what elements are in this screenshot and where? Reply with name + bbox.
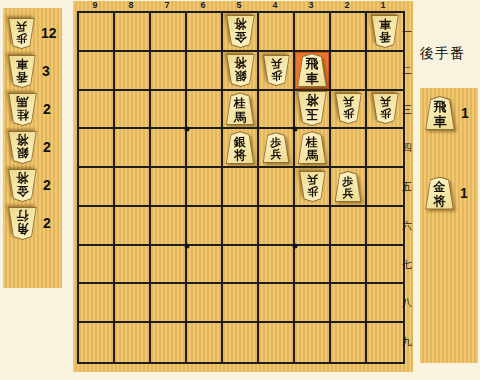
board-square-6-2[interactable]	[187, 52, 223, 91]
star-point	[293, 127, 298, 132]
board-square-4-3[interactable]	[259, 91, 295, 130]
piece-kanji: 金将	[226, 16, 255, 45]
board-square-3-1[interactable]	[295, 13, 331, 52]
board-square-7-6[interactable]	[151, 207, 187, 246]
board-square-7-2[interactable]	[151, 52, 187, 91]
board-square-6-7[interactable]	[187, 246, 223, 285]
star-point	[185, 127, 190, 132]
board-square-5-8[interactable]	[223, 284, 259, 323]
board-square-2-3[interactable]: 歩兵	[331, 91, 367, 130]
sente-piece-pawn[interactable]: 歩兵	[263, 132, 290, 163]
board-square-8-2[interactable]	[115, 52, 151, 91]
board-square-9-1[interactable]	[79, 13, 115, 52]
board-square-3-6[interactable]	[295, 207, 331, 246]
board-square-5-4[interactable]: 銀将	[223, 129, 259, 168]
gote-piece-pawn[interactable]: 歩兵	[372, 93, 399, 124]
file-label-8: 8	[113, 0, 149, 10]
piece-kanji: 銀将	[226, 134, 255, 163]
rank-label-8: 八	[401, 296, 413, 310]
gote-hand-count-gold: 2	[43, 177, 51, 193]
sente-piece-gold[interactable]: 金将	[425, 177, 454, 210]
gote-captured-tray: 歩兵12香車3桂馬2銀将2金将2角行2	[3, 8, 62, 288]
sente-hand-count-gold: 1	[460, 185, 468, 201]
star-point	[185, 243, 190, 248]
board-square-6-3[interactable]	[187, 91, 223, 130]
gote-hand-count-bishop: 2	[43, 215, 51, 231]
file-labels: 987654321	[77, 1, 401, 11]
file-label-9: 9	[77, 0, 113, 10]
piece-kanji: 銀将	[8, 132, 37, 161]
rank-label-4: 四	[401, 141, 413, 155]
board-square-7-4[interactable]	[151, 129, 187, 168]
piece-kanji: 桂馬	[8, 94, 37, 123]
board-square-4-1[interactable]	[259, 13, 295, 52]
board-square-6-4[interactable]	[187, 129, 223, 168]
board-square-2-5[interactable]: 歩兵	[331, 168, 367, 207]
board-square-2-1[interactable]	[331, 13, 367, 52]
piece-kanji: 歩兵	[8, 19, 35, 46]
board-square-9-6[interactable]	[79, 207, 115, 246]
board-square-1-2[interactable]	[367, 52, 403, 91]
gote-hand-slot-lance: 香車3	[3, 52, 62, 90]
board-square-2-4[interactable]	[331, 129, 367, 168]
gote-piece-silver[interactable]: 銀将	[226, 54, 255, 87]
sente-piece-rook[interactable]: 飛車	[425, 96, 455, 130]
sente-piece-pawn[interactable]: 歩兵	[335, 171, 362, 202]
file-label-2: 2	[329, 0, 365, 10]
board-square-5-5[interactable]	[223, 168, 259, 207]
board-square-2-7[interactable]	[331, 246, 367, 285]
board-square-4-4[interactable]: 歩兵	[259, 129, 295, 168]
star-point	[293, 243, 298, 248]
board-square-3-8[interactable]	[295, 284, 331, 323]
board-square-7-5[interactable]	[151, 168, 187, 207]
piece-kanji: 玉将	[297, 92, 327, 123]
file-label-1: 1	[365, 0, 401, 10]
board-square-7-3[interactable]	[151, 91, 187, 130]
board-square-4-8[interactable]	[259, 284, 295, 323]
sente-hand-slot-rook: 飛車1	[420, 94, 478, 132]
gote-hand-count-pawn: 12	[41, 25, 57, 41]
board-square-2-9[interactable]	[331, 323, 367, 362]
board-square-1-8[interactable]	[367, 284, 403, 323]
piece-kanji: 歩兵	[299, 172, 326, 199]
piece-kanji: 香車	[371, 16, 399, 45]
board-square-1-6[interactable]	[367, 207, 403, 246]
piece-kanji: 桂馬	[298, 134, 327, 163]
board-square-5-3[interactable]: 桂馬	[223, 91, 259, 130]
rank-label-6: 六	[401, 219, 413, 233]
gote-piece-pawn[interactable]: 歩兵	[335, 93, 362, 124]
board-square-9-3[interactable]	[79, 91, 115, 130]
turn-indicator: 後手番	[420, 45, 480, 63]
board-grid: 金将香車銀将歩兵飛車桂馬玉将歩兵歩兵銀将歩兵桂馬歩兵歩兵	[77, 11, 405, 364]
board-square-8-6[interactable]	[115, 207, 151, 246]
board-square-8-9[interactable]	[115, 323, 151, 362]
board-square-4-2[interactable]: 歩兵	[259, 52, 295, 91]
board-square-5-7[interactable]	[223, 246, 259, 285]
board-square-9-5[interactable]	[79, 168, 115, 207]
shogi-board: 987654321 金将香車銀将歩兵飛車桂馬玉将歩兵歩兵銀将歩兵桂馬歩兵歩兵 一…	[73, 1, 413, 372]
board-square-8-7[interactable]	[115, 246, 151, 285]
gote-hand-count-lance: 3	[42, 63, 50, 79]
board-square-6-9[interactable]	[187, 323, 223, 362]
board-square-4-5[interactable]	[259, 168, 295, 207]
board-square-8-3[interactable]	[115, 91, 151, 130]
piece-kanji: 金将	[8, 170, 37, 199]
board-square-7-9[interactable]	[151, 323, 187, 362]
board-square-3-4[interactable]: 桂馬	[295, 129, 331, 168]
gote-hand-slot-bishop: 角行2	[3, 204, 62, 242]
sente-hand-count-rook: 1	[461, 105, 469, 121]
rank-label-9: 九	[401, 335, 413, 349]
board-square-5-6[interactable]	[223, 207, 259, 246]
piece-kanji: 飛車	[297, 56, 327, 86]
board-square-5-9[interactable]	[223, 323, 259, 362]
gote-piece-pawn[interactable]: 歩兵	[8, 18, 35, 49]
board-square-3-7[interactable]	[295, 246, 331, 285]
board-square-8-5[interactable]	[115, 168, 151, 207]
sente-piece-silver[interactable]: 銀将	[226, 131, 255, 164]
board-square-9-2[interactable]	[79, 52, 115, 91]
rank-label-2: 二	[401, 64, 413, 78]
gote-piece-pawn[interactable]: 歩兵	[263, 55, 290, 86]
file-label-5: 5	[221, 0, 257, 10]
rank-label-7: 七	[401, 258, 413, 272]
board-square-5-1[interactable]: 金将	[223, 13, 259, 52]
board-square-1-3[interactable]: 歩兵	[367, 91, 403, 130]
piece-kanji: 金将	[425, 180, 454, 209]
piece-kanji: 歩兵	[263, 56, 290, 83]
board-square-1-1[interactable]: 香車	[367, 13, 403, 52]
sente-hand-slot-gold: 金将1	[420, 174, 478, 212]
gote-piece-gold[interactable]: 金将	[8, 169, 37, 202]
file-label-7: 7	[149, 0, 185, 10]
board-square-6-1[interactable]	[187, 13, 223, 52]
board-square-4-7[interactable]	[259, 246, 295, 285]
board-square-3-5[interactable]: 歩兵	[295, 168, 331, 207]
board-square-9-8[interactable]	[79, 284, 115, 323]
board-square-1-9[interactable]	[367, 323, 403, 362]
board-square-3-9[interactable]	[295, 323, 331, 362]
gote-piece-lance[interactable]: 香車	[8, 55, 36, 88]
board-square-9-7[interactable]	[79, 246, 115, 285]
file-label-6: 6	[185, 0, 221, 10]
file-label-4: 4	[257, 0, 293, 10]
gote-hand-count-knight: 2	[43, 101, 51, 117]
piece-kanji: 歩兵	[335, 174, 362, 201]
sente-piece-knight[interactable]: 桂馬	[226, 92, 255, 125]
sente-piece-rook[interactable]: 飛車	[297, 53, 327, 87]
piece-kanji: 香車	[8, 56, 36, 85]
board-square-6-8[interactable]	[187, 284, 223, 323]
board-square-6-5[interactable]	[187, 168, 223, 207]
board-square-5-2[interactable]: 銀将	[223, 52, 259, 91]
board-square-4-6[interactable]	[259, 207, 295, 246]
piece-kanji: 歩兵	[372, 94, 399, 121]
board-square-7-7[interactable]	[151, 246, 187, 285]
board-square-2-6[interactable]	[331, 207, 367, 246]
gote-piece-bishop[interactable]: 角行	[8, 207, 37, 240]
board-square-1-5[interactable]	[367, 168, 403, 207]
board-square-2-8[interactable]	[331, 284, 367, 323]
gote-piece-silver[interactable]: 銀将	[8, 131, 37, 164]
gote-piece-gold[interactable]: 金将	[226, 15, 255, 48]
sente-piece-knight[interactable]: 桂馬	[298, 131, 327, 164]
gote-piece-pawn[interactable]: 歩兵	[299, 171, 326, 202]
board-square-8-4[interactable]	[115, 129, 151, 168]
piece-kanji: 桂馬	[226, 95, 255, 124]
file-label-3: 3	[293, 0, 329, 10]
gote-piece-lance[interactable]: 香車	[371, 15, 399, 48]
board-square-9-9[interactable]	[79, 323, 115, 362]
piece-kanji: 歩兵	[335, 94, 362, 121]
gote-hand-slot-knight: 桂馬2	[3, 90, 62, 128]
gote-piece-king[interactable]: 玉将	[297, 91, 327, 126]
board-square-7-8[interactable]	[151, 284, 187, 323]
piece-kanji: 角行	[8, 208, 37, 237]
gote-hand-count-silver: 2	[43, 139, 51, 155]
rank-label-3: 三	[401, 103, 413, 117]
sente-captured-tray: 飛車1金将1	[420, 88, 478, 363]
piece-kanji: 飛車	[425, 99, 455, 129]
board-square-1-7[interactable]	[367, 246, 403, 285]
board-square-8-8[interactable]	[115, 284, 151, 323]
rank-label-1: 一	[401, 25, 413, 39]
board-square-3-2[interactable]: 飛車	[295, 52, 331, 91]
gote-hand-slot-silver: 銀将2	[3, 128, 62, 166]
board-square-8-1[interactable]	[115, 13, 151, 52]
board-square-9-4[interactable]	[79, 129, 115, 168]
rank-labels: 一二三四五六七八九	[401, 11, 413, 360]
board-square-4-9[interactable]	[259, 323, 295, 362]
board-square-6-6[interactable]	[187, 207, 223, 246]
board-square-3-3[interactable]: 玉将	[295, 91, 331, 130]
gote-piece-knight[interactable]: 桂馬	[8, 93, 37, 126]
piece-kanji: 歩兵	[263, 135, 290, 162]
rank-label-5: 五	[401, 180, 413, 194]
board-square-1-4[interactable]	[367, 129, 403, 168]
piece-kanji: 銀将	[226, 55, 255, 84]
board-square-7-1[interactable]	[151, 13, 187, 52]
gote-hand-slot-pawn: 歩兵12	[3, 14, 62, 52]
gote-hand-slot-gold: 金将2	[3, 166, 62, 204]
board-square-2-2[interactable]	[331, 52, 367, 91]
